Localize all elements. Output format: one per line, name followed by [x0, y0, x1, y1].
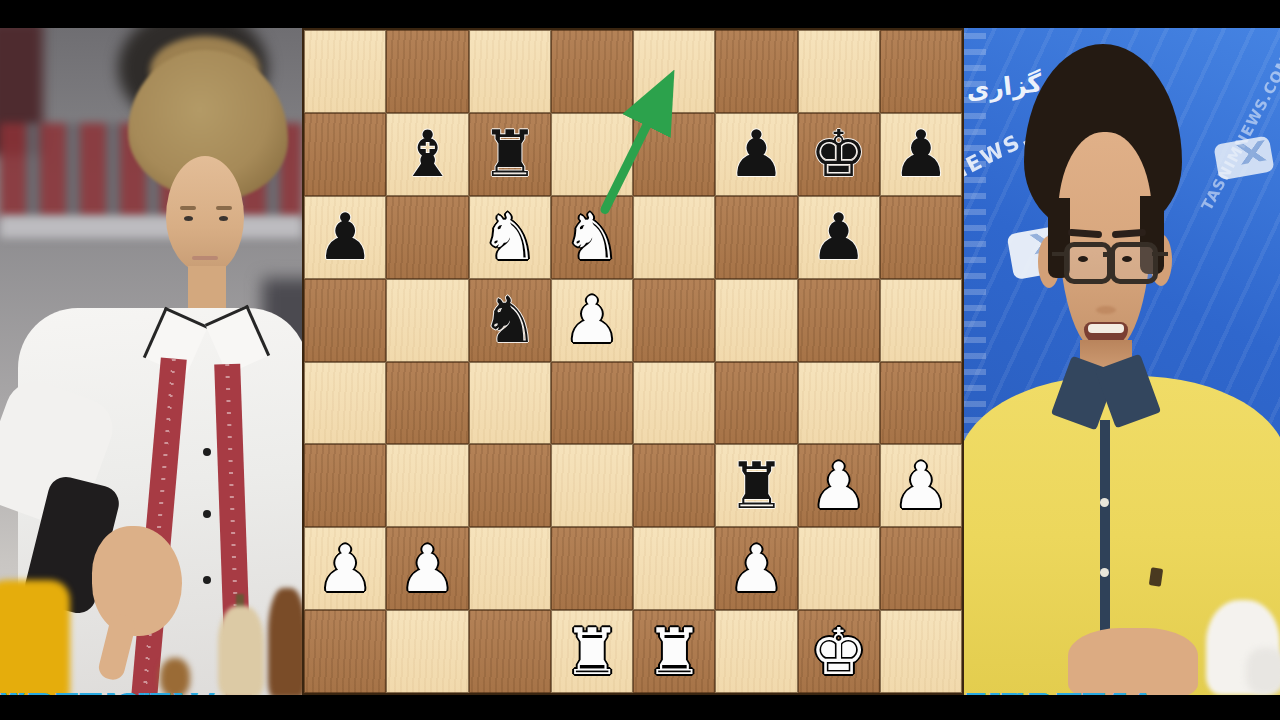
- piece-black-pawn: ♟: [810, 205, 867, 269]
- square-a1: [304, 610, 386, 693]
- square-d1: ♜: [551, 610, 633, 693]
- glasses-lens: [1064, 242, 1112, 284]
- balcony-ledge: [0, 216, 302, 238]
- square-h5: [880, 279, 962, 362]
- square-g8: [798, 30, 880, 113]
- square-e8: [633, 30, 715, 113]
- square-e2: [633, 527, 715, 610]
- square-h4: [880, 362, 962, 445]
- teeth: [1088, 324, 1124, 333]
- square-f4: [715, 362, 797, 445]
- square-h7: ♟: [880, 113, 962, 196]
- piece-black-knight: ♞: [481, 288, 538, 352]
- chess-board: ♝♜♟♚♟♟♞♞♟♞♟♜♟♟♟♟♟♜♜♚: [302, 28, 964, 695]
- square-e3: [633, 444, 715, 527]
- square-a8: [304, 30, 386, 113]
- square-b6: [386, 196, 468, 279]
- board-grid: ♝♜♟♚♟♟♞♞♟♞♟♜♟♟♟♟♟♜♜♚: [302, 28, 964, 695]
- shirt-emblem: [1149, 567, 1163, 586]
- shirt-button: [203, 448, 211, 456]
- piece-black-rook: ♜: [728, 454, 785, 518]
- square-a7: [304, 113, 386, 196]
- square-h1: [880, 610, 962, 693]
- square-b7: ♝: [386, 113, 468, 196]
- blurred-chess-piece: [218, 606, 264, 695]
- top-letterbox-bar: [0, 0, 1280, 28]
- eye: [184, 216, 193, 221]
- square-a5: [304, 279, 386, 362]
- square-e5: [633, 279, 715, 362]
- glasses-temple: [1152, 252, 1168, 256]
- square-h2: [880, 527, 962, 610]
- square-d8: [551, 30, 633, 113]
- piece-white-knight: ♞: [481, 205, 538, 269]
- square-f5: [715, 279, 797, 362]
- blurred-chess-piece: [1246, 648, 1280, 695]
- piece-white-king: ♚: [810, 620, 867, 684]
- square-c1: [469, 610, 551, 693]
- square-f3: ♜: [715, 444, 797, 527]
- glasses-bridge: [1103, 252, 1113, 257]
- glasses-temple: [1052, 252, 1068, 256]
- face: [1058, 132, 1152, 350]
- polo-button: [1100, 498, 1109, 507]
- piece-white-pawn: ♟: [563, 288, 620, 352]
- square-g7: ♚: [798, 113, 880, 196]
- square-a3: [304, 444, 386, 527]
- piece-white-rook: ♜: [563, 620, 620, 684]
- square-e1: ♜: [633, 610, 715, 693]
- piece-black-king: ♚: [810, 122, 867, 186]
- piece-white-pawn: ♟: [399, 537, 456, 601]
- square-b3: [386, 444, 468, 527]
- square-a6: ♟: [304, 196, 386, 279]
- square-a2: ♟: [304, 527, 386, 610]
- square-f7: ♟: [715, 113, 797, 196]
- square-c4: [469, 362, 551, 445]
- square-c8: [469, 30, 551, 113]
- piece-black-bishop: ♝: [399, 122, 456, 186]
- video-frame: VLADISLAV ARTEMIEV ♝♜♟♚♟♟♞♞♟♞♟♜♟♟♟♟♟♜♜♚ …: [0, 0, 1280, 720]
- polo-button: [1100, 568, 1109, 577]
- bottom-letterbox-bar: [0, 695, 1280, 720]
- shirt-button: [203, 576, 211, 584]
- left-player-name-line2: ARTEMIEV: [0, 683, 199, 695]
- square-d5: ♟: [551, 279, 633, 362]
- square-h3: ♟: [880, 444, 962, 527]
- firouzja-photo: خبرگزاری NEWS.COM TASNIMNEWS.COM: [964, 28, 1280, 695]
- hand: [92, 526, 182, 636]
- square-f6: [715, 196, 797, 279]
- square-b8: [386, 30, 468, 113]
- square-a4: [304, 362, 386, 445]
- piece-white-rook: ♜: [645, 620, 702, 684]
- square-e4: [633, 362, 715, 445]
- square-e7: [633, 113, 715, 196]
- piece-white-knight: ♞: [563, 205, 620, 269]
- eye: [219, 216, 228, 221]
- square-f1: [715, 610, 797, 693]
- glasses-lens: [1110, 242, 1158, 284]
- piece-black-pawn: ♟: [316, 205, 373, 269]
- square-c2: [469, 527, 551, 610]
- square-d6: ♞: [551, 196, 633, 279]
- square-e6: [633, 196, 715, 279]
- square-d3: [551, 444, 633, 527]
- square-g1: ♚: [798, 610, 880, 693]
- piece-white-pawn: ♟: [316, 537, 373, 601]
- shirt-button: [203, 510, 211, 518]
- square-b5: [386, 279, 468, 362]
- square-g3: ♟: [798, 444, 880, 527]
- square-d7: [551, 113, 633, 196]
- piece-white-pawn: ♟: [810, 454, 867, 518]
- artemiev-photo: VLADISLAV ARTEMIEV: [0, 28, 302, 695]
- square-c5: ♞: [469, 279, 551, 362]
- square-h8: [880, 30, 962, 113]
- polo-placket: [1100, 420, 1110, 660]
- eye: [1078, 256, 1088, 262]
- blurred-chess-piece: [268, 588, 302, 695]
- eyebrow: [180, 206, 196, 210]
- yellow-background-patch: [0, 580, 70, 695]
- square-f8: [715, 30, 797, 113]
- piece-white-pawn: ♟: [728, 537, 785, 601]
- piece-black-rook: ♜: [481, 122, 538, 186]
- piece-white-pawn: ♟: [892, 454, 949, 518]
- square-c3: [469, 444, 551, 527]
- square-g6: ♟: [798, 196, 880, 279]
- square-b4: [386, 362, 468, 445]
- eyebrow: [216, 206, 232, 210]
- square-c6: ♞: [469, 196, 551, 279]
- square-d2: [551, 527, 633, 610]
- square-b2: ♟: [386, 527, 468, 610]
- square-g5: [798, 279, 880, 362]
- nose: [1096, 306, 1116, 314]
- square-g4: [798, 362, 880, 445]
- square-d4: [551, 362, 633, 445]
- mouth: [192, 256, 218, 260]
- piece-black-pawn: ♟: [728, 122, 785, 186]
- square-f2: ♟: [715, 527, 797, 610]
- eye: [1122, 256, 1132, 262]
- square-h6: [880, 196, 962, 279]
- piece-black-pawn: ♟: [892, 122, 949, 186]
- right-player-name-line2: FIROUZJA: [964, 683, 1157, 695]
- square-c7: ♜: [469, 113, 551, 196]
- square-g2: [798, 527, 880, 610]
- square-b1: [386, 610, 468, 693]
